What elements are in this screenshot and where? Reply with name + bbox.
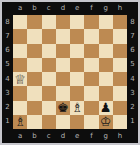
square-a3[interactable]	[13, 86, 27, 100]
frame-corner-top-right	[127, 2, 138, 15]
square-a1[interactable]: ♗	[13, 115, 27, 129]
square-c6[interactable]	[42, 44, 56, 58]
rank-label-left-6: 6	[2, 44, 13, 58]
file-label-bottom-a: a	[13, 129, 27, 143]
square-d6[interactable]	[56, 44, 70, 58]
rank-label-right-5: 5	[127, 58, 138, 72]
square-c4[interactable]	[42, 72, 56, 86]
square-b7[interactable]	[27, 29, 41, 43]
rank-label-right-7: 7	[127, 29, 138, 43]
file-label-bottom-d: d	[56, 129, 70, 143]
square-h1[interactable]	[113, 115, 127, 129]
rank-label-left-5: 5	[2, 58, 13, 72]
piece-white-queen: ♕	[14, 73, 26, 86]
square-h5[interactable]	[113, 58, 127, 72]
square-h2[interactable]	[113, 101, 127, 115]
square-h4[interactable]	[113, 72, 127, 86]
board-grid: ♕♚♗♟♗♔	[13, 15, 127, 129]
rank-label-left-4: 4	[2, 72, 13, 86]
square-a6[interactable]	[13, 44, 27, 58]
square-g3[interactable]	[99, 86, 113, 100]
square-e2[interactable]: ♗	[70, 101, 84, 115]
square-e3[interactable]	[70, 86, 84, 100]
rank-label-left-7: 7	[2, 29, 13, 43]
square-e4[interactable]	[70, 72, 84, 86]
rank-label-right-3: 3	[127, 86, 138, 100]
square-b8[interactable]	[27, 15, 41, 29]
square-a8[interactable]	[13, 15, 27, 29]
square-e7[interactable]	[70, 29, 84, 43]
square-f7[interactable]	[84, 29, 98, 43]
rank-label-right-6: 6	[127, 44, 138, 58]
square-d3[interactable]	[56, 86, 70, 100]
square-f5[interactable]	[84, 58, 98, 72]
file-labels-bottom: abcdefgh	[13, 129, 127, 143]
square-g5[interactable]	[99, 58, 113, 72]
square-a7[interactable]	[13, 29, 27, 43]
file-label-top-b: b	[27, 2, 41, 15]
rank-label-right-2: 2	[127, 101, 138, 115]
rank-label-left-3: 3	[2, 86, 13, 100]
square-d8[interactable]	[56, 15, 70, 29]
piece-white-bishop: ♗	[71, 101, 83, 114]
square-f4[interactable]	[84, 72, 98, 86]
frame-corner-bottom-left	[2, 129, 13, 143]
file-label-bottom-h: h	[113, 129, 127, 143]
square-e5[interactable]	[70, 58, 84, 72]
square-f2[interactable]	[84, 101, 98, 115]
square-c5[interactable]	[42, 58, 56, 72]
square-b4[interactable]	[27, 72, 41, 86]
square-f3[interactable]	[84, 86, 98, 100]
square-b1[interactable]	[27, 115, 41, 129]
square-g4[interactable]	[99, 72, 113, 86]
square-f1[interactable]	[84, 115, 98, 129]
square-g6[interactable]	[99, 44, 113, 58]
square-c3[interactable]	[42, 86, 56, 100]
file-label-top-g: g	[99, 2, 113, 15]
piece-white-bishop: ♗	[14, 115, 26, 128]
square-f8[interactable]	[84, 15, 98, 29]
rank-label-left-1: 1	[2, 115, 13, 129]
square-b5[interactable]	[27, 58, 41, 72]
square-d7[interactable]	[56, 29, 70, 43]
rank-labels-left: 87654321	[2, 15, 13, 129]
file-label-top-d: d	[56, 2, 70, 15]
square-h6[interactable]	[113, 44, 127, 58]
file-label-top-f: f	[84, 2, 98, 15]
rank-label-right-8: 8	[127, 15, 138, 29]
square-b2[interactable]	[27, 101, 41, 115]
square-d2[interactable]: ♚	[56, 101, 70, 115]
file-label-top-c: c	[42, 2, 56, 15]
square-d4[interactable]	[56, 72, 70, 86]
frame-corner-top-left	[2, 2, 13, 15]
square-c7[interactable]	[42, 29, 56, 43]
rank-label-left-8: 8	[2, 15, 13, 29]
square-e1[interactable]	[70, 115, 84, 129]
chess-board-diagram: abcdefgh 87654321 ♕♚♗♟♗♔ 87654321 abcdef…	[0, 0, 140, 145]
rank-label-left-2: 2	[2, 101, 13, 115]
rank-label-right-1: 1	[127, 115, 138, 129]
piece-black-pawn: ♟	[100, 101, 112, 114]
file-label-top-a: a	[13, 2, 27, 15]
square-c2[interactable]	[42, 101, 56, 115]
file-label-bottom-c: c	[42, 129, 56, 143]
square-b3[interactable]	[27, 86, 41, 100]
frame-corner-bottom-right	[127, 129, 138, 143]
square-c8[interactable]	[42, 15, 56, 29]
square-b6[interactable]	[27, 44, 41, 58]
square-a5[interactable]	[13, 58, 27, 72]
rank-labels-right: 87654321	[127, 15, 138, 129]
square-h8[interactable]	[113, 15, 127, 29]
file-label-top-h: h	[113, 2, 127, 15]
file-label-top-e: e	[70, 2, 84, 15]
square-h7[interactable]	[113, 29, 127, 43]
piece-black-king: ♚	[57, 101, 69, 114]
piece-white-king: ♔	[100, 115, 112, 128]
square-g1[interactable]: ♔	[99, 115, 113, 129]
file-label-bottom-g: g	[99, 129, 113, 143]
square-h3[interactable]	[113, 86, 127, 100]
square-g7[interactable]	[99, 29, 113, 43]
square-e8[interactable]	[70, 15, 84, 29]
square-g2[interactable]: ♟	[99, 101, 113, 115]
square-c1[interactable]	[42, 115, 56, 129]
file-label-bottom-e: e	[70, 129, 84, 143]
square-e6[interactable]	[70, 44, 84, 58]
file-label-bottom-f: f	[84, 129, 98, 143]
square-a4[interactable]: ♕	[13, 72, 27, 86]
square-f6[interactable]	[84, 44, 98, 58]
file-labels-top: abcdefgh	[13, 2, 127, 15]
square-d5[interactable]	[56, 58, 70, 72]
rank-label-right-4: 4	[127, 72, 138, 86]
square-a2[interactable]	[13, 101, 27, 115]
square-d1[interactable]	[56, 115, 70, 129]
file-label-bottom-b: b	[27, 129, 41, 143]
square-g8[interactable]	[99, 15, 113, 29]
